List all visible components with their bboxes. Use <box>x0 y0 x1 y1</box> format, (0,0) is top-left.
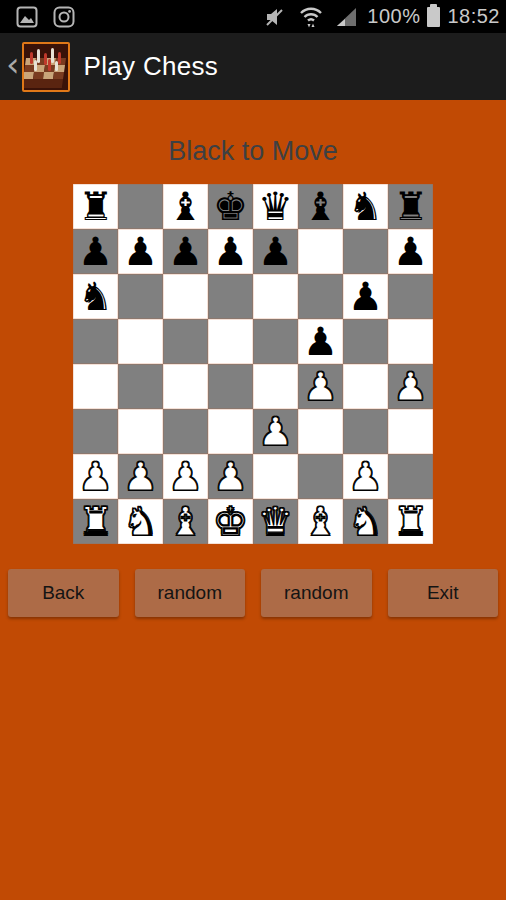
square[interactable]: ♝ <box>298 499 343 544</box>
square[interactable] <box>208 274 253 319</box>
square[interactable] <box>73 319 118 364</box>
app-icon-image <box>24 44 68 90</box>
square[interactable]: ♟ <box>208 229 253 274</box>
white-pawn-piece: ♟ <box>123 454 158 499</box>
black-pawn-piece: ♟ <box>123 229 158 274</box>
square[interactable]: ♝ <box>163 184 208 229</box>
square[interactable] <box>118 364 163 409</box>
white-king-piece: ♚ <box>213 499 248 544</box>
instagram-icon <box>53 6 75 28</box>
white-pawn-piece: ♟ <box>168 454 203 499</box>
square[interactable]: ♝ <box>163 499 208 544</box>
black-rook-piece: ♜ <box>78 184 113 229</box>
clock: 18:52 <box>447 5 500 28</box>
square[interactable]: ♟ <box>253 409 298 454</box>
black-pawn-piece: ♟ <box>78 229 113 274</box>
status-bar-left <box>6 6 75 28</box>
square[interactable] <box>388 409 433 454</box>
square[interactable] <box>208 319 253 364</box>
square[interactable] <box>298 409 343 454</box>
square[interactable]: ♞ <box>343 499 388 544</box>
black-pawn-piece: ♟ <box>393 229 428 274</box>
black-rook-piece: ♜ <box>393 184 428 229</box>
square[interactable] <box>118 409 163 454</box>
square[interactable]: ♛ <box>253 499 298 544</box>
square[interactable] <box>343 364 388 409</box>
screen: 100% 18:52 ‹ <box>0 0 506 900</box>
status-bar: 100% 18:52 <box>0 0 506 33</box>
black-bishop-piece: ♝ <box>168 184 203 229</box>
black-pawn-piece: ♟ <box>213 229 248 274</box>
square[interactable]: ♟ <box>388 364 433 409</box>
square[interactable]: ♜ <box>73 499 118 544</box>
square[interactable] <box>208 364 253 409</box>
square[interactable]: ♟ <box>118 454 163 499</box>
white-bishop-piece: ♝ <box>168 499 203 544</box>
square[interactable]: ♞ <box>343 184 388 229</box>
signal-icon <box>335 6 358 28</box>
black-knight-piece: ♞ <box>78 274 113 319</box>
square[interactable]: ♟ <box>343 454 388 499</box>
battery-icon <box>427 7 440 27</box>
white-pawn-piece: ♟ <box>303 364 338 409</box>
app-bar: ‹ <box>0 33 506 100</box>
square[interactable]: ♛ <box>253 184 298 229</box>
square[interactable] <box>343 409 388 454</box>
black-pawn-piece: ♟ <box>303 319 338 364</box>
square[interactable]: ♟ <box>73 454 118 499</box>
white-knight-piece: ♞ <box>348 499 383 544</box>
square[interactable]: ♞ <box>118 499 163 544</box>
square[interactable] <box>73 409 118 454</box>
battery-percent: 100% <box>367 5 420 28</box>
white-pawn-piece: ♟ <box>213 454 248 499</box>
app-icon[interactable] <box>22 42 70 92</box>
wifi-icon <box>298 5 324 29</box>
turn-indicator: Black to Move <box>0 136 506 167</box>
black-bishop-piece: ♝ <box>303 184 338 229</box>
square[interactable]: ♝ <box>298 184 343 229</box>
random-button-2[interactable]: random <box>261 569 372 617</box>
square[interactable]: ♚ <box>208 499 253 544</box>
square[interactable]: ♟ <box>343 274 388 319</box>
square[interactable]: ♟ <box>163 454 208 499</box>
exit-button[interactable]: Exit <box>388 569 499 617</box>
random-button-1[interactable]: random <box>135 569 246 617</box>
square[interactable]: ♟ <box>253 229 298 274</box>
status-bar-right: 100% 18:52 <box>263 5 500 29</box>
square[interactable]: ♟ <box>388 229 433 274</box>
white-pawn-piece: ♟ <box>258 409 293 454</box>
button-row: Back random random Exit <box>0 569 506 617</box>
black-king-piece: ♚ <box>213 184 248 229</box>
back-chevron-icon[interactable]: ‹ <box>6 47 22 87</box>
square[interactable] <box>253 364 298 409</box>
white-rook-piece: ♜ <box>78 499 113 544</box>
square[interactable] <box>298 229 343 274</box>
square[interactable]: ♟ <box>163 229 208 274</box>
white-pawn-piece: ♟ <box>348 454 383 499</box>
square[interactable] <box>298 274 343 319</box>
square[interactable]: ♞ <box>73 274 118 319</box>
square[interactable] <box>118 274 163 319</box>
square[interactable] <box>208 409 253 454</box>
black-queen-piece: ♛ <box>258 184 293 229</box>
square[interactable] <box>388 454 433 499</box>
square[interactable]: ♜ <box>388 184 433 229</box>
square[interactable] <box>343 229 388 274</box>
square[interactable] <box>118 319 163 364</box>
gallery-icon <box>16 6 38 28</box>
white-bishop-piece: ♝ <box>303 499 338 544</box>
square[interactable] <box>388 274 433 319</box>
square[interactable]: ♟ <box>298 319 343 364</box>
square[interactable]: ♟ <box>118 229 163 274</box>
square[interactable] <box>163 364 208 409</box>
black-pawn-piece: ♟ <box>258 229 293 274</box>
square[interactable] <box>163 409 208 454</box>
square[interactable]: ♜ <box>73 184 118 229</box>
white-knight-piece: ♞ <box>123 499 158 544</box>
square[interactable] <box>163 274 208 319</box>
square[interactable]: ♟ <box>73 229 118 274</box>
square[interactable] <box>298 454 343 499</box>
white-pawn-piece: ♟ <box>393 364 428 409</box>
page-title: Play Chess <box>84 51 219 82</box>
white-pawn-piece: ♟ <box>78 454 113 499</box>
white-rook-piece: ♜ <box>393 499 428 544</box>
square[interactable] <box>118 184 163 229</box>
square[interactable] <box>253 454 298 499</box>
chess-board: ♜♝♚♛♝♞♜♟♟♟♟♟♟♞♟♟♟♟♟♟♟♟♟♟♜♞♝♚♛♝♞♜ <box>73 184 433 544</box>
square[interactable]: ♟ <box>298 364 343 409</box>
square[interactable]: ♚ <box>208 184 253 229</box>
square[interactable] <box>253 274 298 319</box>
square[interactable] <box>253 319 298 364</box>
square[interactable] <box>343 319 388 364</box>
square[interactable] <box>73 364 118 409</box>
square[interactable] <box>163 319 208 364</box>
white-queen-piece: ♛ <box>258 499 293 544</box>
black-pawn-piece: ♟ <box>348 274 383 319</box>
square[interactable]: ♜ <box>388 499 433 544</box>
square[interactable]: ♟ <box>208 454 253 499</box>
black-knight-piece: ♞ <box>348 184 383 229</box>
black-pawn-piece: ♟ <box>168 229 203 274</box>
back-button[interactable]: Back <box>8 569 119 617</box>
square[interactable] <box>388 319 433 364</box>
mute-icon <box>263 6 287 28</box>
